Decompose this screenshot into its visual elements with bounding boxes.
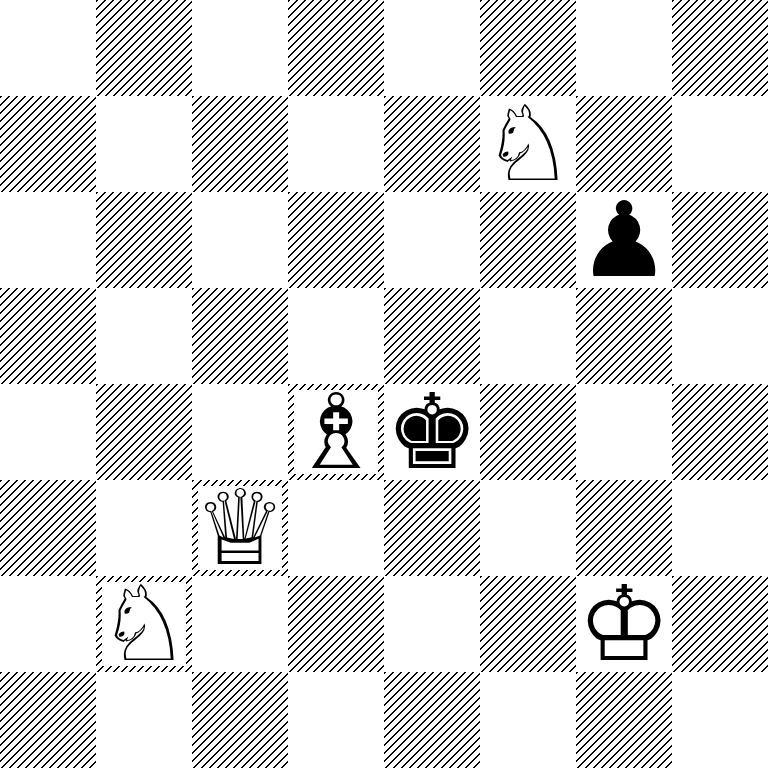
square-c1[interactable] xyxy=(192,672,288,768)
square-b2[interactable]: ♘ xyxy=(96,576,192,672)
square-a6[interactable] xyxy=(0,192,96,288)
square-h7[interactable] xyxy=(672,96,768,192)
piece-black-pawn: ♟ xyxy=(576,192,672,288)
square-h2[interactable] xyxy=(672,576,768,672)
square-f1[interactable] xyxy=(480,672,576,768)
square-g6[interactable]: ♟ xyxy=(576,192,672,288)
square-b4[interactable] xyxy=(96,384,192,480)
square-c4[interactable] xyxy=(192,384,288,480)
square-g3[interactable] xyxy=(576,480,672,576)
square-g4[interactable] xyxy=(576,384,672,480)
square-a1[interactable] xyxy=(0,672,96,768)
chess-diagram: ♘♟♗♚♕♘♔ xyxy=(0,0,768,768)
piece-white-king: ♔ xyxy=(576,576,672,672)
square-f6[interactable] xyxy=(480,192,576,288)
square-g7[interactable] xyxy=(576,96,672,192)
square-b3[interactable] xyxy=(96,480,192,576)
square-a7[interactable] xyxy=(0,96,96,192)
square-e5[interactable] xyxy=(384,288,480,384)
square-d7[interactable] xyxy=(288,96,384,192)
square-f4[interactable] xyxy=(480,384,576,480)
square-b5[interactable] xyxy=(96,288,192,384)
square-h1[interactable] xyxy=(672,672,768,768)
square-a8[interactable] xyxy=(0,0,96,96)
square-d2[interactable] xyxy=(288,576,384,672)
square-d5[interactable] xyxy=(288,288,384,384)
square-b7[interactable] xyxy=(96,96,192,192)
square-g2[interactable]: ♔ xyxy=(576,576,672,672)
square-e3[interactable] xyxy=(384,480,480,576)
square-h6[interactable] xyxy=(672,192,768,288)
piece-white-knight: ♘ xyxy=(480,96,576,192)
square-c6[interactable] xyxy=(192,192,288,288)
square-a4[interactable] xyxy=(0,384,96,480)
square-c2[interactable] xyxy=(192,576,288,672)
square-f3[interactable] xyxy=(480,480,576,576)
square-d3[interactable] xyxy=(288,480,384,576)
piece-white-queen: ♕ xyxy=(192,480,288,576)
square-d4[interactable]: ♗ xyxy=(288,384,384,480)
square-h5[interactable] xyxy=(672,288,768,384)
square-c5[interactable] xyxy=(192,288,288,384)
square-h8[interactable] xyxy=(672,0,768,96)
square-e8[interactable] xyxy=(384,0,480,96)
piece-white-bishop: ♗ xyxy=(288,384,384,480)
square-a2[interactable] xyxy=(0,576,96,672)
square-h3[interactable] xyxy=(672,480,768,576)
square-f8[interactable] xyxy=(480,0,576,96)
square-e7[interactable] xyxy=(384,96,480,192)
square-d1[interactable] xyxy=(288,672,384,768)
square-a3[interactable] xyxy=(0,480,96,576)
square-e4[interactable]: ♚ xyxy=(384,384,480,480)
square-e6[interactable] xyxy=(384,192,480,288)
square-b6[interactable] xyxy=(96,192,192,288)
square-c3[interactable]: ♕ xyxy=(192,480,288,576)
square-g8[interactable] xyxy=(576,0,672,96)
chess-board: ♘♟♗♚♕♘♔ xyxy=(0,0,768,768)
square-h4[interactable] xyxy=(672,384,768,480)
square-f2[interactable] xyxy=(480,576,576,672)
square-d8[interactable] xyxy=(288,0,384,96)
piece-black-king: ♚ xyxy=(384,384,480,480)
square-d6[interactable] xyxy=(288,192,384,288)
square-f5[interactable] xyxy=(480,288,576,384)
square-c7[interactable] xyxy=(192,96,288,192)
square-c8[interactable] xyxy=(192,0,288,96)
piece-white-knight: ♘ xyxy=(96,576,192,672)
square-b8[interactable] xyxy=(96,0,192,96)
square-b1[interactable] xyxy=(96,672,192,768)
square-g5[interactable] xyxy=(576,288,672,384)
square-f7[interactable]: ♘ xyxy=(480,96,576,192)
square-g1[interactable] xyxy=(576,672,672,768)
square-a5[interactable] xyxy=(0,288,96,384)
square-e2[interactable] xyxy=(384,576,480,672)
square-e1[interactable] xyxy=(384,672,480,768)
